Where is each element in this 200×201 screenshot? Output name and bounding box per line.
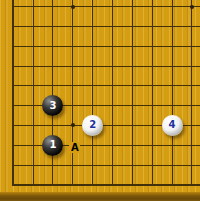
screenshot: 1234A (0, 0, 200, 201)
stone-black-3[interactable]: 3 (42, 95, 63, 116)
move-number: 2 (89, 120, 96, 130)
move-number: 1 (49, 140, 56, 150)
move-number: 3 (49, 101, 56, 111)
grid-line-vertical (132, 0, 133, 186)
grid-line-vertical (172, 0, 173, 186)
grid-line-horizontal (12, 6, 200, 7)
grid-line-vertical (152, 0, 153, 186)
hoshi-dot-D4 (71, 123, 75, 127)
grid-line-vertical (33, 0, 34, 186)
grid-line-vertical (12, 0, 14, 186)
grid-line-horizontal (12, 105, 200, 106)
grid-line-horizontal (12, 145, 200, 146)
goban[interactable]: 1234A (0, 0, 200, 201)
stone-black-1[interactable]: 1 (42, 135, 63, 156)
grid-line-horizontal (12, 26, 200, 27)
hoshi-dot-K10 (190, 5, 194, 9)
grid-line-vertical (191, 0, 192, 186)
point-label-A[interactable]: A (69, 142, 80, 153)
grid-line-horizontal (12, 46, 200, 47)
move-number: 4 (169, 120, 176, 130)
stone-white-4[interactable]: 4 (162, 115, 183, 136)
grid-line-horizontal (12, 165, 200, 166)
grid-line-vertical (112, 0, 113, 186)
board-front-edge (0, 192, 200, 201)
grid-line-horizontal (12, 184, 200, 186)
stone-white-2[interactable]: 2 (82, 115, 103, 136)
grid-line-vertical (72, 0, 73, 186)
grid-line-vertical (92, 0, 93, 186)
grid-line-vertical (52, 0, 53, 186)
hoshi-dot-D10 (71, 5, 75, 9)
grid-line-horizontal (12, 66, 200, 67)
grid-line-horizontal (12, 85, 200, 86)
